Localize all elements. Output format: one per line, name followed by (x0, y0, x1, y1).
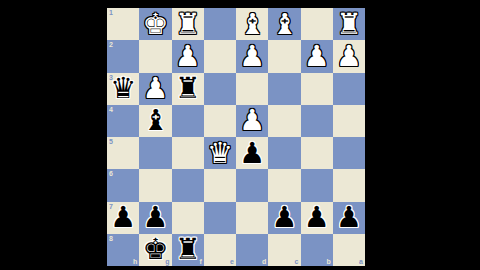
piece-white-pawn[interactable]: ♟ (142, 74, 168, 103)
square-c5[interactable] (268, 137, 300, 169)
square-c2[interactable] (268, 40, 300, 72)
square-a8[interactable]: a (333, 234, 365, 266)
file-label-b: b (326, 258, 330, 265)
square-g1[interactable]: ♚ (139, 8, 171, 40)
square-c7[interactable]: ♟ (268, 202, 300, 234)
file-label-h: h (133, 258, 137, 265)
square-d7[interactable] (236, 202, 268, 234)
square-b5[interactable] (301, 137, 333, 169)
square-f1[interactable]: ♜ (172, 8, 204, 40)
file-label-a: a (359, 258, 363, 265)
file-label-d: d (262, 258, 266, 265)
app-background: 1♚♜♝♝♜2♟♟♟♟3♛♟♜4♝♟5♛♟67♟♟♟♟♟8hg♚f♜edcba (0, 0, 480, 270)
square-g4[interactable]: ♝ (139, 105, 171, 137)
square-d1[interactable]: ♝ (236, 8, 268, 40)
square-h3[interactable]: 3♛ (107, 73, 139, 105)
piece-black-pawn[interactable]: ♟ (304, 203, 330, 232)
square-b6[interactable] (301, 169, 333, 201)
rank-label-8: 8 (109, 235, 113, 242)
square-f5[interactable] (172, 137, 204, 169)
file-label-e: e (230, 258, 234, 265)
square-f6[interactable] (172, 169, 204, 201)
rank-label-4: 4 (109, 106, 113, 113)
piece-black-queen[interactable]: ♛ (110, 74, 136, 103)
square-g6[interactable] (139, 169, 171, 201)
rank-label-6: 6 (109, 170, 113, 177)
square-a4[interactable] (333, 105, 365, 137)
square-a3[interactable] (333, 73, 365, 105)
piece-white-bishop[interactable]: ♝ (271, 10, 297, 39)
square-e5[interactable]: ♛ (204, 137, 236, 169)
square-b2[interactable]: ♟ (301, 40, 333, 72)
square-g7[interactable]: ♟ (139, 202, 171, 234)
square-d8[interactable]: d (236, 234, 268, 266)
square-e3[interactable] (204, 73, 236, 105)
square-b3[interactable] (301, 73, 333, 105)
square-c8[interactable]: c (268, 234, 300, 266)
piece-white-rook[interactable]: ♜ (336, 10, 362, 39)
piece-black-bishop[interactable]: ♝ (142, 106, 168, 135)
square-e2[interactable] (204, 40, 236, 72)
piece-white-pawn[interactable]: ♟ (239, 42, 265, 71)
square-e8[interactable]: e (204, 234, 236, 266)
square-b8[interactable]: b (301, 234, 333, 266)
square-c6[interactable] (268, 169, 300, 201)
square-f3[interactable]: ♜ (172, 73, 204, 105)
piece-black-rook[interactable]: ♜ (175, 235, 201, 264)
square-e4[interactable] (204, 105, 236, 137)
square-g5[interactable] (139, 137, 171, 169)
square-d6[interactable] (236, 169, 268, 201)
square-h5[interactable]: 5 (107, 137, 139, 169)
square-b7[interactable]: ♟ (301, 202, 333, 234)
square-a7[interactable]: ♟ (333, 202, 365, 234)
square-h2[interactable]: 2 (107, 40, 139, 72)
piece-white-pawn[interactable]: ♟ (239, 106, 265, 135)
square-g2[interactable] (139, 40, 171, 72)
square-d4[interactable]: ♟ (236, 105, 268, 137)
piece-black-king[interactable]: ♚ (142, 235, 168, 264)
square-h4[interactable]: 4 (107, 105, 139, 137)
square-a6[interactable] (333, 169, 365, 201)
piece-black-pawn[interactable]: ♟ (336, 203, 362, 232)
piece-white-pawn[interactable]: ♟ (175, 42, 201, 71)
piece-black-pawn[interactable]: ♟ (142, 203, 168, 232)
square-f8[interactable]: f♜ (172, 234, 204, 266)
file-label-c: c (295, 258, 299, 265)
square-d2[interactable]: ♟ (236, 40, 268, 72)
square-b1[interactable] (301, 8, 333, 40)
piece-white-pawn[interactable]: ♟ (336, 42, 362, 71)
square-e7[interactable] (204, 202, 236, 234)
piece-black-pawn[interactable]: ♟ (239, 139, 265, 168)
piece-white-king[interactable]: ♚ (142, 10, 168, 39)
square-a1[interactable]: ♜ (333, 8, 365, 40)
square-h6[interactable]: 6 (107, 169, 139, 201)
rank-label-5: 5 (109, 138, 113, 145)
square-h1[interactable]: 1 (107, 8, 139, 40)
square-h7[interactable]: 7♟ (107, 202, 139, 234)
square-d3[interactable] (236, 73, 268, 105)
rank-label-1: 1 (109, 9, 113, 16)
square-c1[interactable]: ♝ (268, 8, 300, 40)
square-b4[interactable] (301, 105, 333, 137)
chess-board: 1♚♜♝♝♜2♟♟♟♟3♛♟♜4♝♟5♛♟67♟♟♟♟♟8hg♚f♜edcba (107, 8, 365, 266)
square-f7[interactable] (172, 202, 204, 234)
square-f4[interactable] (172, 105, 204, 137)
square-e1[interactable] (204, 8, 236, 40)
square-g3[interactable]: ♟ (139, 73, 171, 105)
piece-black-rook[interactable]: ♜ (175, 74, 201, 103)
piece-white-queen[interactable]: ♛ (207, 139, 233, 168)
square-e6[interactable] (204, 169, 236, 201)
square-g8[interactable]: g♚ (139, 234, 171, 266)
piece-white-bishop[interactable]: ♝ (239, 10, 265, 39)
square-a2[interactable]: ♟ (333, 40, 365, 72)
square-d5[interactable]: ♟ (236, 137, 268, 169)
square-h8[interactable]: 8h (107, 234, 139, 266)
square-c4[interactable] (268, 105, 300, 137)
piece-white-rook[interactable]: ♜ (175, 10, 201, 39)
piece-white-pawn[interactable]: ♟ (304, 42, 330, 71)
piece-black-pawn[interactable]: ♟ (271, 203, 297, 232)
piece-black-pawn[interactable]: ♟ (110, 203, 136, 232)
rank-label-2: 2 (109, 41, 113, 48)
square-f2[interactable]: ♟ (172, 40, 204, 72)
square-a5[interactable] (333, 137, 365, 169)
square-c3[interactable] (268, 73, 300, 105)
